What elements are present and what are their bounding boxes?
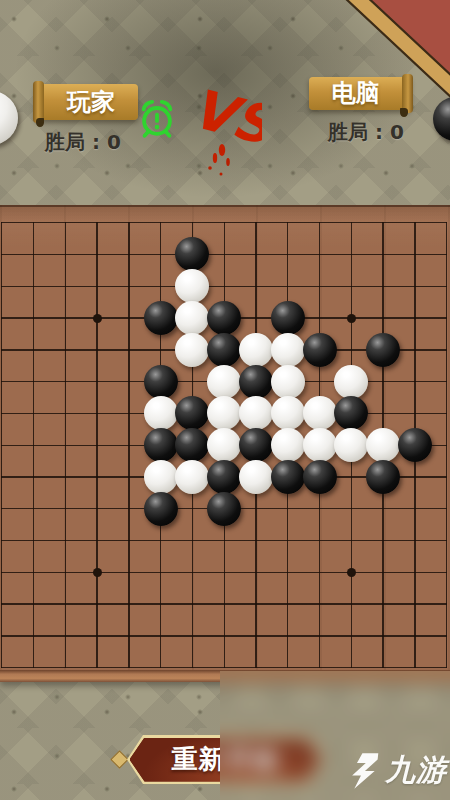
black-stone xyxy=(398,428,432,462)
black-stone xyxy=(334,396,368,430)
black-stone xyxy=(144,301,178,335)
computer-score: 胜局 : 0 xyxy=(318,119,414,146)
white-stone xyxy=(239,333,273,367)
vs-graphic: VS xyxy=(188,80,262,182)
black-stone xyxy=(303,460,337,494)
white-stone xyxy=(271,396,305,430)
white-stone xyxy=(271,365,305,399)
star-point xyxy=(93,314,102,323)
white-stone xyxy=(175,269,209,303)
white-stone xyxy=(239,396,273,430)
white-stone xyxy=(175,333,209,367)
black-stone xyxy=(366,333,400,367)
white-stone xyxy=(334,428,368,462)
banner-roll xyxy=(33,81,44,123)
banner-curl xyxy=(400,108,408,117)
watermark-text: 九游 xyxy=(385,750,447,791)
player-score: 胜局 : 0 xyxy=(33,129,133,156)
black-stone xyxy=(144,492,178,526)
star-point xyxy=(93,568,102,577)
black-stone xyxy=(144,365,178,399)
black-stone xyxy=(175,428,209,462)
black-stone xyxy=(271,460,305,494)
player-banner: 玩家 xyxy=(35,84,138,120)
white-stone xyxy=(175,460,209,494)
white-stone xyxy=(207,365,241,399)
white-stone xyxy=(175,301,209,335)
vs-text: VS xyxy=(188,80,262,158)
black-stone xyxy=(207,460,241,494)
computer-name: 电脑 xyxy=(309,77,411,110)
white-stone xyxy=(303,428,337,462)
star-point xyxy=(347,568,356,577)
player-name: 玩家 xyxy=(35,84,138,120)
white-stone xyxy=(144,460,178,494)
black-stone xyxy=(239,428,273,462)
nine-game-logo-icon xyxy=(352,751,382,791)
white-stone xyxy=(207,428,241,462)
black-stone xyxy=(207,301,241,335)
computer-banner: 电脑 xyxy=(309,77,411,110)
black-stone xyxy=(239,365,273,399)
alarm-clock-icon xyxy=(136,96,178,142)
white-stone xyxy=(239,460,273,494)
black-stone xyxy=(303,333,337,367)
white-stone xyxy=(334,365,368,399)
white-stone xyxy=(207,396,241,430)
board-grid[interactable] xyxy=(1,222,447,668)
watermark: 九游 xyxy=(352,750,447,791)
black-stone xyxy=(271,301,305,335)
black-stone xyxy=(144,428,178,462)
game-screen: 玩家 胜局 : 0 VS 电脑 胜局 : 0 xyxy=(0,0,450,800)
black-stone xyxy=(207,492,241,526)
star-point xyxy=(347,314,356,323)
black-stone xyxy=(175,396,209,430)
black-stone xyxy=(175,237,209,271)
banner-curl xyxy=(36,118,44,127)
gomoku-board xyxy=(0,205,450,682)
white-stone xyxy=(144,396,178,430)
black-stone xyxy=(207,333,241,367)
black-stone xyxy=(366,460,400,494)
white-stone xyxy=(271,333,305,367)
white-stone xyxy=(303,396,337,430)
white-stone xyxy=(271,428,305,462)
white-stone xyxy=(366,428,400,462)
